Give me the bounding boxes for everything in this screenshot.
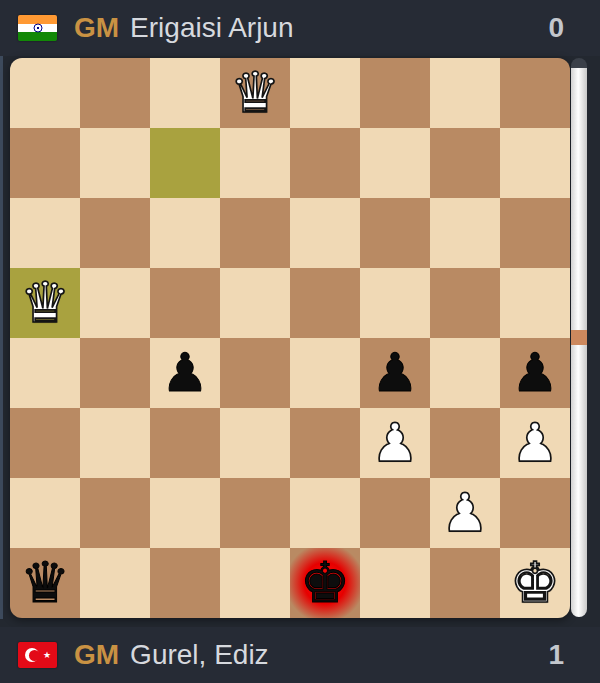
eval-gauge-midpoint-tick: [571, 330, 587, 345]
square-f7[interactable]: [360, 128, 430, 198]
square-d5[interactable]: [220, 268, 290, 338]
square-e6[interactable]: [290, 198, 360, 268]
square-h1[interactable]: ♚: [500, 548, 570, 618]
black-queen[interactable]: ♛: [20, 548, 70, 618]
square-e8[interactable]: [290, 58, 360, 128]
square-c1[interactable]: [150, 548, 220, 618]
square-g3[interactable]: [430, 408, 500, 478]
square-d1[interactable]: [220, 548, 290, 618]
square-f2[interactable]: [360, 478, 430, 548]
square-h2[interactable]: [500, 478, 570, 548]
square-b7[interactable]: [80, 128, 150, 198]
square-e2[interactable]: [290, 478, 360, 548]
black-pawn[interactable]: ♟: [371, 338, 419, 408]
turkey-flag-icon: ★: [18, 642, 57, 668]
square-g4[interactable]: [430, 338, 500, 408]
eval-gauge: [571, 58, 587, 617]
ashoka-chakra-icon: [33, 24, 42, 33]
top-player-title: GM: [74, 12, 119, 44]
white-pawn[interactable]: ♟: [511, 408, 559, 478]
square-c6[interactable]: [150, 198, 220, 268]
india-flag-icon: [18, 15, 57, 41]
square-e4[interactable]: [290, 338, 360, 408]
window-edge-strip: [0, 56, 3, 619]
square-b2[interactable]: [80, 478, 150, 548]
chess-board[interactable]: ♛♛♟♟♟♟♟♟♛♚♚: [10, 58, 570, 618]
square-g2[interactable]: ♟: [430, 478, 500, 548]
square-c5[interactable]: [150, 268, 220, 338]
white-pawn[interactable]: ♟: [441, 478, 489, 548]
square-b4[interactable]: [80, 338, 150, 408]
square-b3[interactable]: [80, 408, 150, 478]
square-d2[interactable]: [220, 478, 290, 548]
square-d3[interactable]: [220, 408, 290, 478]
square-b1[interactable]: [80, 548, 150, 618]
square-h4[interactable]: ♟: [500, 338, 570, 408]
square-d7[interactable]: [220, 128, 290, 198]
square-b8[interactable]: [80, 58, 150, 128]
square-a3[interactable]: [10, 408, 80, 478]
star-icon: ★: [43, 651, 51, 660]
square-f4[interactable]: ♟: [360, 338, 430, 408]
square-c3[interactable]: [150, 408, 220, 478]
square-f3[interactable]: ♟: [360, 408, 430, 478]
white-queen[interactable]: ♛: [230, 58, 280, 128]
bottom-player-title: GM: [74, 639, 119, 671]
square-d4[interactable]: [220, 338, 290, 408]
square-c7[interactable]: [150, 128, 220, 198]
black-pawn[interactable]: ♟: [161, 338, 209, 408]
square-h5[interactable]: [500, 268, 570, 338]
square-f6[interactable]: [360, 198, 430, 268]
square-c4[interactable]: ♟: [150, 338, 220, 408]
square-h6[interactable]: [500, 198, 570, 268]
square-b5[interactable]: [80, 268, 150, 338]
square-g7[interactable]: [430, 128, 500, 198]
black-pawn[interactable]: ♟: [511, 338, 559, 408]
square-e7[interactable]: [290, 128, 360, 198]
white-pawn[interactable]: ♟: [371, 408, 419, 478]
square-b6[interactable]: [80, 198, 150, 268]
top-player-bar: GM Erigaisi Arjun 0: [0, 0, 600, 56]
square-c8[interactable]: [150, 58, 220, 128]
square-d8[interactable]: ♛: [220, 58, 290, 128]
square-a7[interactable]: [10, 128, 80, 198]
square-f5[interactable]: [360, 268, 430, 338]
square-d6[interactable]: [220, 198, 290, 268]
square-g6[interactable]: [430, 198, 500, 268]
square-f1[interactable]: [360, 548, 430, 618]
square-a2[interactable]: [10, 478, 80, 548]
black-king[interactable]: ♚: [300, 548, 350, 618]
square-a6[interactable]: [10, 198, 80, 268]
white-queen[interactable]: ♛: [20, 268, 70, 338]
square-f8[interactable]: [360, 58, 430, 128]
bottom-player-bar: ★ GM Gurel, Ediz 1: [0, 627, 600, 683]
square-a8[interactable]: [10, 58, 80, 128]
square-e1[interactable]: ♚: [290, 548, 360, 618]
square-h3[interactable]: ♟: [500, 408, 570, 478]
white-king[interactable]: ♚: [510, 548, 560, 618]
top-player-name: Erigaisi Arjun: [130, 12, 293, 44]
top-player-score: 0: [548, 12, 564, 44]
square-c2[interactable]: [150, 478, 220, 548]
square-g8[interactable]: [430, 58, 500, 128]
square-e3[interactable]: [290, 408, 360, 478]
square-g1[interactable]: [430, 548, 500, 618]
square-a1[interactable]: ♛: [10, 548, 80, 618]
square-g5[interactable]: [430, 268, 500, 338]
square-h7[interactable]: [500, 128, 570, 198]
bottom-player-name: Gurel, Ediz: [130, 639, 269, 671]
square-a4[interactable]: [10, 338, 80, 408]
square-e5[interactable]: [290, 268, 360, 338]
bottom-player-score: 1: [548, 639, 564, 671]
square-a5[interactable]: ♛: [10, 268, 80, 338]
square-h8[interactable]: [500, 58, 570, 128]
